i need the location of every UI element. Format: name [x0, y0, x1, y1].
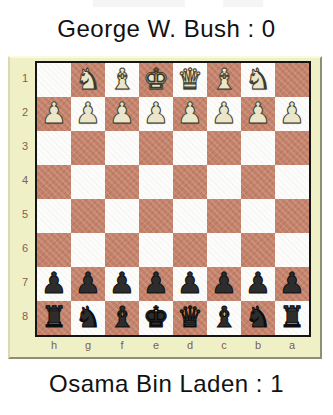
- square-g2[interactable]: ♟: [71, 97, 105, 131]
- file-label-d: d: [173, 337, 207, 353]
- board-frame: 12345678 ♞♝♚♛♝♞♟♟♟♟♟♟♟♟♟♟♟♟♟♟♟♟♜♞♝♚♛♝♞♜ …: [8, 56, 322, 359]
- black-pawn-h7[interactable]: ♟: [41, 266, 67, 300]
- black-player-score-label: Osama Bin Laden : 1: [0, 370, 333, 398]
- square-d1[interactable]: ♛: [173, 63, 207, 97]
- white-king-e1[interactable]: ♚: [143, 62, 169, 96]
- square-f4[interactable]: [105, 165, 139, 199]
- square-b2[interactable]: ♟: [241, 97, 275, 131]
- square-a5[interactable]: [275, 199, 309, 233]
- square-d8[interactable]: ♛: [173, 301, 207, 335]
- square-h5[interactable]: [37, 199, 71, 233]
- square-f7[interactable]: ♟: [105, 267, 139, 301]
- square-h1[interactable]: [37, 63, 71, 97]
- square-g3[interactable]: [71, 131, 105, 165]
- square-a3[interactable]: [275, 131, 309, 165]
- rank-labels-column: 12345678: [10, 61, 35, 337]
- square-c1[interactable]: ♝: [207, 63, 241, 97]
- file-label-f: f: [105, 337, 139, 353]
- square-f5[interactable]: [105, 199, 139, 233]
- top-edge-artifact: [93, 0, 185, 7]
- black-pawn-d7[interactable]: ♟: [177, 266, 203, 300]
- square-c6[interactable]: [207, 233, 241, 267]
- square-e8[interactable]: ♚: [139, 301, 173, 335]
- black-pawn-c7[interactable]: ♟: [211, 266, 237, 300]
- square-f3[interactable]: [105, 131, 139, 165]
- rank-label-7: 7: [10, 265, 35, 299]
- square-b7[interactable]: ♟: [241, 267, 275, 301]
- file-label-b: b: [241, 337, 275, 353]
- rank-label-4: 4: [10, 163, 35, 197]
- square-e5[interactable]: [139, 199, 173, 233]
- square-b5[interactable]: [241, 199, 275, 233]
- square-f2[interactable]: ♟: [105, 97, 139, 131]
- rank-label-8: 8: [10, 299, 35, 333]
- square-h6[interactable]: [37, 233, 71, 267]
- square-a4[interactable]: [275, 165, 309, 199]
- file-labels-row: hgfedcba: [37, 337, 320, 353]
- top-edge-artifact: [223, 0, 263, 7]
- square-a2[interactable]: ♟: [275, 97, 309, 131]
- square-g5[interactable]: [71, 199, 105, 233]
- file-label-h: h: [37, 337, 71, 353]
- square-c4[interactable]: [207, 165, 241, 199]
- square-c2[interactable]: ♟: [207, 97, 241, 131]
- black-rook-h8[interactable]: ♜: [41, 300, 67, 334]
- square-b3[interactable]: [241, 131, 275, 165]
- square-d5[interactable]: [173, 199, 207, 233]
- square-d3[interactable]: [173, 131, 207, 165]
- file-label-g: g: [71, 337, 105, 353]
- white-pawn-a2[interactable]: ♟: [279, 96, 305, 130]
- square-c8[interactable]: ♝: [207, 301, 241, 335]
- square-b6[interactable]: [241, 233, 275, 267]
- white-pawn-d2[interactable]: ♟: [177, 96, 203, 130]
- black-knight-b8[interactable]: ♞: [245, 300, 271, 334]
- white-bishop-f1[interactable]: ♝: [109, 62, 135, 96]
- square-h7[interactable]: ♟: [37, 267, 71, 301]
- square-a8[interactable]: ♜: [275, 301, 309, 335]
- black-pawn-b7[interactable]: ♟: [245, 266, 271, 300]
- white-pawn-g2[interactable]: ♟: [75, 96, 101, 130]
- black-knight-g8[interactable]: ♞: [75, 300, 101, 334]
- black-queen-d8[interactable]: ♛: [177, 300, 203, 334]
- square-g7[interactable]: ♟: [71, 267, 105, 301]
- square-d2[interactable]: ♟: [173, 97, 207, 131]
- white-knight-b1[interactable]: ♞: [245, 62, 271, 96]
- rank-label-6: 6: [10, 231, 35, 265]
- rank-label-2: 2: [10, 95, 35, 129]
- black-bishop-f8[interactable]: ♝: [109, 300, 135, 334]
- square-g8[interactable]: ♞: [71, 301, 105, 335]
- square-h3[interactable]: [37, 131, 71, 165]
- white-pawn-c2[interactable]: ♟: [211, 96, 237, 130]
- file-label-e: e: [139, 337, 173, 353]
- square-d7[interactable]: ♟: [173, 267, 207, 301]
- square-b4[interactable]: [241, 165, 275, 199]
- square-e7[interactable]: ♟: [139, 267, 173, 301]
- black-pawn-g7[interactable]: ♟: [75, 266, 101, 300]
- black-pawn-e7[interactable]: ♟: [143, 266, 169, 300]
- square-f6[interactable]: [105, 233, 139, 267]
- square-e2[interactable]: ♟: [139, 97, 173, 131]
- square-g1[interactable]: ♞: [71, 63, 105, 97]
- square-c7[interactable]: ♟: [207, 267, 241, 301]
- square-f8[interactable]: ♝: [105, 301, 139, 335]
- white-queen-d1[interactable]: ♛: [177, 62, 203, 96]
- square-b1[interactable]: ♞: [241, 63, 275, 97]
- square-h4[interactable]: [37, 165, 71, 199]
- square-c5[interactable]: [207, 199, 241, 233]
- black-pawn-a7[interactable]: ♟: [279, 266, 305, 300]
- file-label-a: a: [275, 337, 309, 353]
- square-e3[interactable]: [139, 131, 173, 165]
- chess-board[interactable]: ♞♝♚♛♝♞♟♟♟♟♟♟♟♟♟♟♟♟♟♟♟♟♜♞♝♚♛♝♞♜: [35, 61, 311, 337]
- square-a7[interactable]: ♟: [275, 267, 309, 301]
- white-pawn-h2[interactable]: ♟: [41, 96, 67, 130]
- white-bishop-c1[interactable]: ♝: [211, 62, 237, 96]
- black-rook-a8[interactable]: ♜: [279, 300, 305, 334]
- square-b8[interactable]: ♞: [241, 301, 275, 335]
- square-e4[interactable]: [139, 165, 173, 199]
- square-a6[interactable]: [275, 233, 309, 267]
- black-pawn-f7[interactable]: ♟: [109, 266, 135, 300]
- black-king-e8[interactable]: ♚: [143, 300, 169, 334]
- white-pawn-e2[interactable]: ♟: [143, 96, 169, 130]
- white-pawn-f2[interactable]: ♟: [109, 96, 135, 130]
- file-label-c: c: [207, 337, 241, 353]
- rank-label-3: 3: [10, 129, 35, 163]
- square-c3[interactable]: [207, 131, 241, 165]
- square-g4[interactable]: [71, 165, 105, 199]
- white-pawn-b2[interactable]: ♟: [245, 96, 271, 130]
- square-f1[interactable]: ♝: [105, 63, 139, 97]
- square-g6[interactable]: [71, 233, 105, 267]
- square-h2[interactable]: ♟: [37, 97, 71, 131]
- white-knight-g1[interactable]: ♞: [75, 62, 101, 96]
- black-bishop-c8[interactable]: ♝: [211, 300, 237, 334]
- square-e1[interactable]: ♚: [139, 63, 173, 97]
- square-h8[interactable]: ♜: [37, 301, 71, 335]
- square-d6[interactable]: [173, 233, 207, 267]
- square-e6[interactable]: [139, 233, 173, 267]
- square-a1[interactable]: [275, 63, 309, 97]
- rank-label-1: 1: [10, 61, 35, 95]
- square-d4[interactable]: [173, 165, 207, 199]
- screenshot-page: George W. Bush : 0 12345678 ♞♝♚♛♝♞♟♟♟♟♟♟…: [0, 0, 333, 415]
- rank-label-5: 5: [10, 197, 35, 231]
